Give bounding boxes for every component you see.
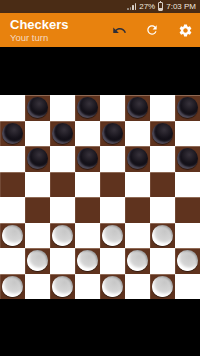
board-square[interactable] — [0, 197, 25, 223]
undo-icon — [112, 23, 127, 38]
board-square[interactable] — [150, 274, 175, 300]
board-square[interactable] — [25, 172, 50, 198]
board-square[interactable] — [75, 146, 100, 172]
board-square[interactable] — [175, 248, 200, 274]
board-square[interactable] — [0, 248, 25, 274]
board-square[interactable] — [50, 95, 75, 121]
board-square[interactable] — [100, 248, 125, 274]
board-square[interactable] — [75, 95, 100, 121]
battery-icon — [158, 2, 163, 11]
board-square[interactable] — [125, 95, 150, 121]
restart-button[interactable] — [140, 18, 164, 42]
board-square[interactable] — [0, 95, 25, 121]
status-bar: 27% 7:03 PM — [0, 0, 200, 13]
board-square[interactable] — [25, 197, 50, 223]
board-square[interactable] — [150, 248, 175, 274]
board-square[interactable] — [0, 121, 25, 147]
black-piece[interactable] — [77, 148, 98, 169]
white-piece[interactable] — [52, 276, 73, 297]
black-piece[interactable] — [27, 148, 48, 169]
restart-icon — [145, 23, 159, 37]
white-piece[interactable] — [177, 250, 198, 271]
board-square[interactable] — [175, 223, 200, 249]
board-square[interactable] — [125, 274, 150, 300]
board-square[interactable] — [175, 172, 200, 198]
board-square[interactable] — [25, 274, 50, 300]
board-square[interactable] — [100, 274, 125, 300]
app-bar-actions — [107, 18, 197, 42]
board-square[interactable] — [100, 172, 125, 198]
black-piece[interactable] — [127, 148, 148, 169]
board-square[interactable] — [50, 146, 75, 172]
black-piece[interactable] — [52, 123, 73, 144]
board-square[interactable] — [150, 121, 175, 147]
white-piece[interactable] — [102, 225, 123, 246]
board-square[interactable] — [150, 95, 175, 121]
black-piece[interactable] — [127, 97, 148, 118]
black-piece[interactable] — [177, 148, 198, 169]
board-square[interactable] — [50, 274, 75, 300]
board-square[interactable] — [100, 197, 125, 223]
board-square[interactable] — [125, 197, 150, 223]
black-piece[interactable] — [77, 97, 98, 118]
undo-button[interactable] — [107, 18, 131, 42]
black-piece[interactable] — [27, 97, 48, 118]
board-square[interactable] — [100, 95, 125, 121]
board-square[interactable] — [50, 172, 75, 198]
board-square[interactable] — [125, 223, 150, 249]
white-piece[interactable] — [2, 225, 23, 246]
white-piece[interactable] — [152, 276, 173, 297]
board-square[interactable] — [25, 95, 50, 121]
white-piece[interactable] — [52, 225, 73, 246]
board-square[interactable] — [25, 121, 50, 147]
battery-percent: 27% — [139, 0, 155, 13]
board-square[interactable] — [75, 248, 100, 274]
board-square[interactable] — [75, 223, 100, 249]
board-square[interactable] — [75, 197, 100, 223]
board-square[interactable] — [100, 121, 125, 147]
board-square[interactable] — [125, 172, 150, 198]
board-square[interactable] — [150, 146, 175, 172]
board-square[interactable] — [0, 172, 25, 198]
app-bar: Checkers Your turn — [0, 13, 200, 47]
black-piece[interactable] — [102, 123, 123, 144]
board-square[interactable] — [75, 274, 100, 300]
white-piece[interactable] — [127, 250, 148, 271]
black-piece[interactable] — [2, 123, 23, 144]
board-square[interactable] — [125, 248, 150, 274]
board-square[interactable] — [175, 197, 200, 223]
board-square[interactable] — [125, 121, 150, 147]
turn-status: Your turn — [10, 32, 69, 43]
board-square[interactable] — [25, 146, 50, 172]
clock-text: 7:03 PM — [166, 0, 196, 13]
board-square[interactable] — [75, 172, 100, 198]
board-square[interactable] — [175, 121, 200, 147]
board-square[interactable] — [100, 146, 125, 172]
board-square[interactable] — [50, 197, 75, 223]
checkers-board — [0, 95, 200, 299]
white-piece[interactable] — [102, 276, 123, 297]
board-square[interactable] — [25, 223, 50, 249]
board-square[interactable] — [150, 197, 175, 223]
board-square[interactable] — [50, 248, 75, 274]
board-square[interactable] — [175, 146, 200, 172]
white-piece[interactable] — [2, 276, 23, 297]
board-square[interactable] — [0, 223, 25, 249]
board-square[interactable] — [25, 248, 50, 274]
white-piece[interactable] — [27, 250, 48, 271]
board-square[interactable] — [0, 146, 25, 172]
black-piece[interactable] — [152, 123, 173, 144]
white-piece[interactable] — [152, 225, 173, 246]
board-square[interactable] — [0, 274, 25, 300]
game-area — [0, 47, 200, 356]
board-square[interactable] — [150, 223, 175, 249]
black-piece[interactable] — [177, 97, 198, 118]
board-square[interactable] — [75, 121, 100, 147]
board-square[interactable] — [50, 223, 75, 249]
board-square[interactable] — [125, 146, 150, 172]
settings-button[interactable] — [173, 18, 197, 42]
phone-screen: 27% 7:03 PM Checkers Your turn — [0, 0, 200, 356]
board-square[interactable] — [150, 172, 175, 198]
app-bar-titles: Checkers Your turn — [10, 17, 69, 43]
page-title: Checkers — [10, 17, 69, 32]
board-square[interactable] — [175, 274, 200, 300]
board-square[interactable] — [100, 223, 125, 249]
signal-bars-icon — [127, 3, 136, 10]
board-square[interactable] — [50, 121, 75, 147]
gear-icon — [178, 23, 193, 38]
white-piece[interactable] — [77, 250, 98, 271]
board-square[interactable] — [175, 95, 200, 121]
